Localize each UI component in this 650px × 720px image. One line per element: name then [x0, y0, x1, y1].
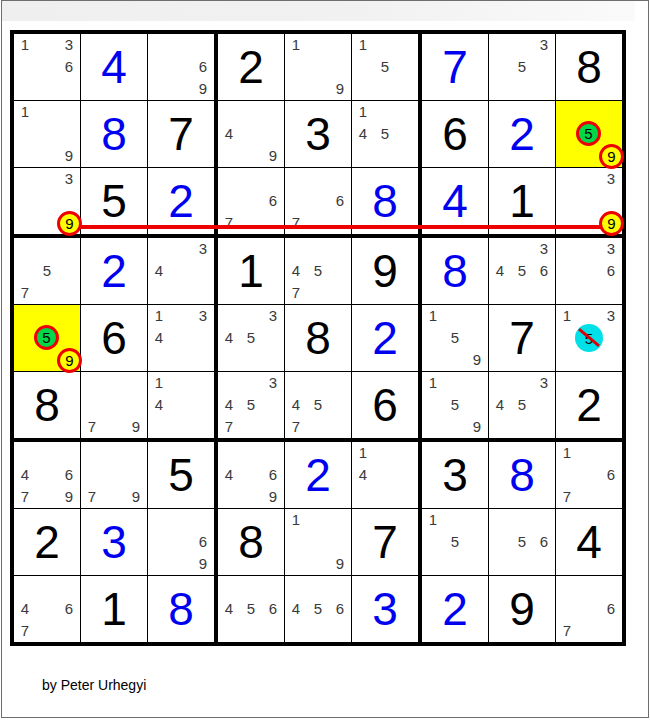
cell-r4c9[interactable]: 36: [556, 238, 622, 305]
entered-digit: 8: [489, 442, 555, 508]
candidate-mark: 6: [600, 260, 622, 282]
cell-r5c2[interactable]: 6: [81, 305, 148, 372]
candidate-mark: 4: [148, 327, 170, 349]
yellow-circled-candidate: 9: [57, 211, 82, 236]
given-digit: 5: [148, 442, 214, 508]
cell-r8c9[interactable]: 4: [556, 509, 622, 576]
cell-r9c6[interactable]: 3: [352, 576, 422, 642]
cell-r6c8[interactable]: 345: [489, 372, 556, 442]
candidate-mark: 1: [422, 305, 444, 327]
candidate-mark: 6: [329, 190, 351, 212]
cell-r8c1[interactable]: 2: [14, 509, 81, 576]
candidate-mark: 3: [533, 34, 555, 56]
candidate-mark: 4: [14, 598, 36, 620]
candidate-mark: 3: [58, 34, 80, 56]
candidate-mark: 6: [600, 464, 622, 486]
cell-r6c4[interactable]: 3457: [218, 372, 285, 442]
candidate-mark: 3: [262, 305, 284, 327]
cell-r6c7[interactable]: 159: [422, 372, 489, 442]
candidate-mark: 3: [533, 238, 555, 260]
candidate-mark: 9: [192, 553, 214, 575]
candidate-mark: 5: [511, 56, 533, 78]
candidate-mark: 7: [14, 282, 36, 304]
cell-r6c5[interactable]: 457: [285, 372, 352, 442]
cell-r7c8[interactable]: 8: [489, 442, 556, 509]
given-digit: 2: [556, 372, 622, 438]
entered-digit: 2: [81, 238, 147, 304]
entered-digit: 8: [81, 101, 147, 167]
given-digit: 4: [556, 509, 622, 575]
candidate-mark: 6: [58, 598, 80, 620]
candidate-mark: 4: [148, 394, 170, 416]
cell-r7c7[interactable]: 3: [422, 442, 489, 509]
entered-digit: 4: [81, 34, 147, 100]
candidate-mark: 3: [600, 238, 622, 260]
cell-r5c5[interactable]: 8: [285, 305, 352, 372]
candidate-mark: 3: [192, 305, 214, 327]
candidate-mark: 7: [556, 486, 578, 508]
candidate-mark: 7: [556, 620, 578, 642]
cell-r6c1[interactable]: 8: [14, 372, 81, 442]
candidate-mark: 4: [489, 260, 511, 282]
candidate-mark: 9: [58, 145, 80, 167]
candidate-mark: 1: [148, 305, 170, 327]
candidate-mark: 6: [58, 464, 80, 486]
given-digit: 3: [422, 442, 488, 508]
candidate-mark: 1: [556, 305, 578, 327]
candidate-mark: 1: [352, 442, 374, 464]
cell-r1c2[interactable]: 4: [81, 34, 148, 101]
cell-r1c6[interactable]: 15: [352, 34, 422, 101]
candidate-mark: 3: [262, 372, 284, 394]
candidate-mark: 9: [262, 145, 284, 167]
candidate-mark: 5: [240, 327, 262, 349]
candidate-mark: 1: [14, 101, 36, 123]
candidate-mark: 5: [511, 531, 533, 553]
candidate-mark: 1: [285, 34, 307, 56]
candidate-mark: 4: [285, 260, 307, 282]
candidate-mark: 9: [125, 416, 147, 438]
candidate-mark: 3: [58, 168, 80, 190]
candidate-mark: 5: [374, 123, 396, 145]
cell-r9c1[interactable]: 467: [14, 576, 81, 642]
chain-trace-line: [65, 225, 613, 229]
candidate-mark: 5: [36, 260, 58, 282]
cell-r9c5[interactable]: 456: [285, 576, 352, 642]
cell-r8c4[interactable]: 8: [218, 509, 285, 576]
candidate-mark: 1: [556, 442, 578, 464]
candidate-mark: 5: [511, 394, 533, 416]
cell-r6c2[interactable]: 79: [81, 372, 148, 442]
cell-r5c3[interactable]: 134: [148, 305, 218, 372]
given-digit: 6: [352, 372, 418, 438]
candidate-mark: 5: [307, 598, 329, 620]
cell-r6c9[interactable]: 2: [556, 372, 622, 442]
cell-r4c3[interactable]: 34: [148, 238, 218, 305]
circled-candidate-digit: 9: [65, 215, 73, 232]
cell-r9c8[interactable]: 9: [489, 576, 556, 642]
cell-r1c8[interactable]: 35: [489, 34, 556, 101]
given-digit: 3: [285, 101, 351, 167]
entered-digit: 2: [285, 442, 351, 508]
circled-candidate-digit: 5: [584, 125, 592, 142]
candidate-mark: 5: [444, 327, 466, 349]
candidate-mark: 6: [192, 531, 214, 553]
cell-r8c5[interactable]: 19: [285, 509, 352, 576]
entered-digit: 2: [352, 305, 418, 371]
candidate-mark: 4: [218, 598, 240, 620]
candidate-mark: 4: [352, 464, 374, 486]
candidate-mark: 9: [125, 486, 147, 508]
given-digit: 7: [148, 101, 214, 167]
cell-r9c2[interactable]: 1: [81, 576, 148, 642]
entered-digit: 7: [422, 34, 488, 100]
candidate-mark: 6: [58, 56, 80, 78]
given-digit: 9: [489, 576, 555, 642]
yellow-circled-candidate: 9: [599, 144, 624, 169]
cell-r4c1[interactable]: 57: [14, 238, 81, 305]
entered-digit: 2: [422, 576, 488, 642]
cell-r7c3[interactable]: 5: [148, 442, 218, 509]
cell-r1c4[interactable]: 2: [218, 34, 285, 101]
candidate-mark: 6: [600, 598, 622, 620]
cell-r9c3[interactable]: 8: [148, 576, 218, 642]
candidate-mark: 7: [14, 486, 36, 508]
given-digit: 9: [352, 238, 418, 304]
candidate-mark: 5: [240, 598, 262, 620]
given-digit: 8: [14, 372, 80, 438]
candidate-mark: 5: [444, 394, 466, 416]
candidate-mark: 6: [262, 598, 284, 620]
top-bar: [2, 1, 635, 21]
candidate-mark: 5: [511, 260, 533, 282]
candidate-mark: 6: [533, 531, 555, 553]
given-digit: 8: [285, 305, 351, 371]
cell-r9c4[interactable]: 456: [218, 576, 285, 642]
candidate-mark: 7: [218, 212, 240, 234]
yellow-circled-candidate: 9: [57, 348, 82, 373]
candidate-mark: 6: [329, 598, 351, 620]
sudoku-grid: 1364692191573581987493145625939526767841…: [10, 30, 626, 646]
cell-r5c4[interactable]: 345: [218, 305, 285, 372]
cell-r1c3[interactable]: 69: [148, 34, 218, 101]
given-digit: 1: [218, 238, 284, 304]
cyan-circled-candidate: 5: [575, 324, 603, 352]
candidate-mark: 1: [352, 34, 374, 56]
candidate-mark: 5: [444, 531, 466, 553]
candidate-mark: 9: [466, 349, 488, 371]
candidate-mark: 1: [285, 509, 307, 531]
cell-r2c2[interactable]: 8: [81, 101, 148, 168]
candidate-mark: 4: [285, 394, 307, 416]
candidate-mark: 1: [14, 34, 36, 56]
cell-r6c3[interactable]: 14: [148, 372, 218, 442]
entered-digit: 3: [81, 509, 147, 575]
circled-candidate-digit: 5: [42, 329, 50, 346]
cell-r7c2[interactable]: 79: [81, 442, 148, 509]
cell-r2c6[interactable]: 145: [352, 101, 422, 168]
candidate-mark: 4: [218, 464, 240, 486]
circled-candidate-digit: 9: [607, 148, 615, 165]
given-digit: 6: [81, 305, 147, 371]
cell-r1c7[interactable]: 7: [422, 34, 489, 101]
candidate-mark: 3: [192, 238, 214, 260]
entered-digit: 3: [352, 576, 418, 642]
cell-r5c9[interactable]: 135: [556, 305, 622, 372]
given-digit: 7: [489, 305, 555, 371]
candidate-mark: 9: [262, 486, 284, 508]
green-circled-candidate: 5: [576, 121, 601, 146]
cell-r2c5[interactable]: 3: [285, 101, 352, 168]
entered-digit: 8: [148, 576, 214, 642]
candidate-mark: 5: [374, 56, 396, 78]
cell-r8c2[interactable]: 3: [81, 509, 148, 576]
given-digit: 2: [218, 34, 284, 100]
candidate-mark: 7: [218, 416, 240, 438]
cell-r2c3[interactable]: 7: [148, 101, 218, 168]
candidate-mark: 6: [262, 190, 284, 212]
entered-digit: 2: [489, 101, 555, 167]
cell-r2c8[interactable]: 2: [489, 101, 556, 168]
candidate-mark: 4: [218, 123, 240, 145]
cell-r2c1[interactable]: 19: [14, 101, 81, 168]
candidate-mark: 4: [218, 327, 240, 349]
circled-candidate-digit: 9: [65, 352, 73, 369]
candidate-mark: 3: [533, 372, 555, 394]
given-digit: 2: [14, 509, 80, 575]
given-digit: 1: [81, 576, 147, 642]
candidate-mark: 4: [352, 123, 374, 145]
cell-r8c3[interactable]: 69: [148, 509, 218, 576]
given-digit: 7: [352, 509, 418, 575]
cell-r1c9[interactable]: 8: [556, 34, 622, 101]
candidate-mark: 7: [285, 212, 307, 234]
yellow-circled-candidate: 9: [599, 211, 624, 236]
candidate-mark: 7: [285, 416, 307, 438]
cell-r4c7[interactable]: 8: [422, 238, 489, 305]
candidate-mark: 1: [422, 372, 444, 394]
candidate-mark: 9: [466, 416, 488, 438]
cell-r4c2[interactable]: 2: [81, 238, 148, 305]
cell-r8c8[interactable]: 56: [489, 509, 556, 576]
given-digit: 8: [556, 34, 622, 100]
cell-r8c6[interactable]: 7: [352, 509, 422, 576]
candidate-mark: 9: [192, 78, 214, 100]
cell-r4c4[interactable]: 1: [218, 238, 285, 305]
cell-r2c9[interactable]: 59: [556, 101, 622, 168]
given-digit: 8: [218, 509, 284, 575]
entered-digit: 8: [422, 238, 488, 304]
circled-candidate-digit: 9: [607, 215, 615, 232]
candidate-mark: 9: [329, 553, 351, 575]
cell-r5c6[interactable]: 2: [352, 305, 422, 372]
cell-r3c1[interactable]: 39: [14, 168, 81, 238]
cell-r5c7[interactable]: 159: [422, 305, 489, 372]
candidate-mark: 7: [81, 416, 103, 438]
candidate-mark: 9: [58, 486, 80, 508]
cell-r8c7[interactable]: 15: [422, 509, 489, 576]
candidate-mark: 7: [285, 282, 307, 304]
cell-r2c7[interactable]: 6: [422, 101, 489, 168]
author-credit: by Peter Urhegyi: [42, 677, 146, 693]
cell-r7c6[interactable]: 14: [352, 442, 422, 509]
cell-r1c5[interactable]: 19: [285, 34, 352, 101]
cell-r9c9[interactable]: 67: [556, 576, 622, 642]
cell-r1c1[interactable]: 136: [14, 34, 81, 101]
candidate-mark: 3: [600, 305, 622, 327]
candidate-mark: 6: [262, 464, 284, 486]
candidate-mark: 1: [352, 101, 374, 123]
candidate-mark: 6: [192, 56, 214, 78]
candidate-mark: 5: [307, 394, 329, 416]
candidate-mark: 1: [148, 372, 170, 394]
green-circled-candidate: 5: [34, 325, 59, 350]
candidate-mark: 4: [148, 260, 170, 282]
cell-r4c8[interactable]: 3456: [489, 238, 556, 305]
cell-r7c4[interactable]: 469: [218, 442, 285, 509]
candidate-mark: 4: [285, 598, 307, 620]
cell-r4c5[interactable]: 457: [285, 238, 352, 305]
cell-r7c5[interactable]: 2: [285, 442, 352, 509]
candidate-mark: 9: [329, 78, 351, 100]
candidate-mark: 4: [218, 394, 240, 416]
candidate-mark: 5: [307, 260, 329, 282]
candidate-mark: 7: [14, 620, 36, 642]
cell-r7c9[interactable]: 167: [556, 442, 622, 509]
candidate-mark: 4: [489, 394, 511, 416]
candidate-mark: 5: [240, 394, 262, 416]
candidate-mark: 6: [533, 260, 555, 282]
candidate-mark: 1: [422, 509, 444, 531]
cell-r9c7[interactable]: 2: [422, 576, 489, 642]
cell-r5c8[interactable]: 7: [489, 305, 556, 372]
candidate-mark: 3: [600, 168, 622, 190]
cell-r6c6[interactable]: 6: [352, 372, 422, 442]
cell-r2c4[interactable]: 49: [218, 101, 285, 168]
cell-r4c6[interactable]: 9: [352, 238, 422, 305]
candidate-mark: 4: [14, 464, 36, 486]
candidate-mark: 7: [81, 486, 103, 508]
cell-r5c1[interactable]: 59: [14, 305, 81, 372]
given-digit: 6: [422, 101, 488, 167]
cell-r7c1[interactable]: 4679: [14, 442, 81, 509]
